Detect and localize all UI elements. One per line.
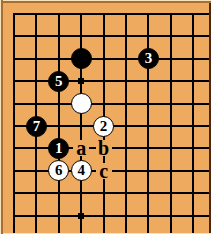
grid-line-horizontal xyxy=(13,170,211,172)
stone-black-5: 5 xyxy=(48,71,69,92)
board-frame-left xyxy=(1,0,3,234)
grid-line-horizontal xyxy=(13,58,211,60)
grid-line-horizontal xyxy=(13,13,211,15)
board-frame-right xyxy=(209,0,211,234)
grid-line-vertical xyxy=(13,13,15,234)
stone-black-3: 3 xyxy=(138,48,159,69)
grid-line-horizontal xyxy=(13,192,211,194)
grid-line-vertical xyxy=(170,13,172,234)
stone-black xyxy=(71,48,92,69)
letter-label-c: c xyxy=(96,163,112,179)
grid-line-horizontal xyxy=(13,35,211,37)
grid-line-vertical xyxy=(147,13,149,234)
stone-white xyxy=(71,93,92,114)
grid-line-horizontal xyxy=(13,147,211,149)
letter-label-a: a xyxy=(73,140,89,156)
stone-white-2: 2 xyxy=(93,116,114,137)
grid-line-vertical xyxy=(80,13,82,234)
stone-black-1: 1 xyxy=(48,138,69,159)
grid-line-vertical xyxy=(192,13,194,234)
grid-line-vertical xyxy=(58,13,60,234)
grid-line-vertical xyxy=(125,13,127,234)
stone-white-6: 6 xyxy=(48,160,69,181)
stone-black-7: 7 xyxy=(26,116,47,137)
grid-line-horizontal xyxy=(13,80,211,82)
go-board-diagram: abc3572164 xyxy=(0,0,211,234)
board-frame-bottom xyxy=(0,233,211,234)
board-frame-top xyxy=(0,1,211,3)
star-point xyxy=(78,78,84,84)
grid-line-horizontal xyxy=(13,103,211,105)
grid-line-horizontal xyxy=(13,215,211,217)
stone-white-4: 4 xyxy=(71,160,92,181)
star-point xyxy=(78,213,84,219)
letter-label-b: b xyxy=(96,140,112,156)
